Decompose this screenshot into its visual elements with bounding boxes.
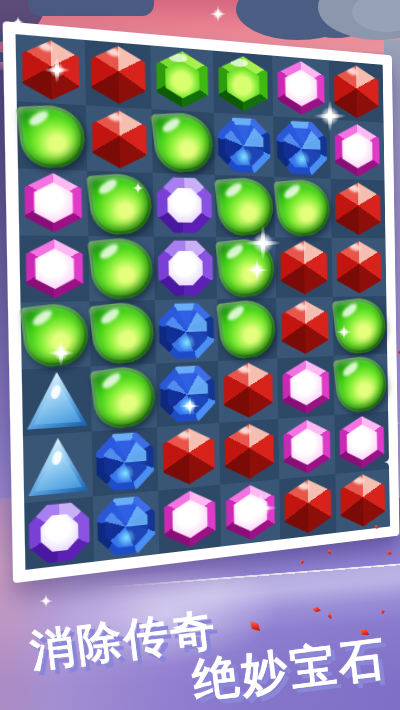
board-cell-r8c6 [335,469,390,533]
gem-green_drop[interactable] [151,112,216,174]
gem-pink[interactable] [279,358,333,417]
gem-pink[interactable] [20,171,86,234]
board-cell-r1c3 [150,45,213,112]
gem-red[interactable] [281,476,335,537]
board-cell-r1c2 [85,40,152,109]
board-cell-r7c5 [278,415,335,479]
board-cell-r8c2 [93,491,159,562]
gem-red[interactable] [337,471,388,531]
gem-pink[interactable] [274,58,328,118]
board-cell-r3c2 [87,171,154,237]
gem-red[interactable] [159,425,218,488]
gem-red[interactable] [332,181,383,237]
board-cell-r3c1 [18,168,88,236]
gem-blue[interactable] [216,115,272,175]
gem-triangle[interactable] [24,369,90,434]
gem-green_drop[interactable] [86,172,154,237]
gem-pink[interactable] [331,122,382,179]
board-cell-r6c5 [277,356,334,419]
gem-pink[interactable] [222,481,278,544]
board-cell-r1c1 [16,34,86,105]
gem-red[interactable] [88,108,150,171]
gem-pink[interactable] [280,417,334,477]
board-cell-r2c1 [17,101,87,170]
gem-violet[interactable] [155,175,214,235]
gem-green_hex[interactable] [215,53,271,114]
gem-blue[interactable] [158,363,217,425]
gem-violet[interactable] [26,499,91,567]
gem-red[interactable] [87,42,149,107]
board-cell-r1c5 [272,56,330,120]
board-cell-r2c3 [151,109,214,175]
gem-red[interactable] [277,239,331,296]
board-cell-r6c3 [156,361,219,427]
gem-pink[interactable] [160,487,219,552]
board-cell-r4c1 [19,236,89,303]
gem-violet[interactable] [156,239,215,298]
gem-green_hex[interactable] [152,48,211,111]
gem-blue[interactable] [275,118,329,176]
board-cell-r4c3 [154,237,217,301]
gem-green_drop[interactable] [20,300,92,370]
board-cell-r8c5 [279,474,336,540]
board-cell-r2c6 [330,120,385,181]
gem-green_drop[interactable] [90,363,158,432]
gem-green_drop[interactable] [216,297,278,361]
game-card [3,21,400,583]
board-cell-r3c6 [331,179,386,239]
gem-green_drop[interactable] [87,236,155,303]
board-cell-r7c6 [334,411,389,474]
board-cell-r1c4 [213,51,273,117]
gem-green_drop[interactable] [273,178,332,239]
board-cell-r5c5 [276,297,333,358]
board-cell-r7c2 [92,427,158,497]
board-cell-r6c4 [218,358,278,422]
gem-triangle[interactable] [25,434,90,501]
board-cell-r4c4 [216,237,276,299]
board-cell-r5c2 [89,300,156,366]
gem-red[interactable] [278,299,332,357]
gem-green_drop[interactable] [16,104,88,169]
board-cell-r6c1 [22,366,92,436]
board-cell-r5c1 [20,301,90,369]
gem-green_drop[interactable] [333,353,389,415]
app-screen: 消除传奇 绝妙宝石 [0,0,400,710]
gem-red[interactable] [220,360,276,420]
gem-pink[interactable] [22,238,88,301]
board-cell-r1c6 [329,60,384,122]
board-cell-r7c4 [219,419,279,485]
gem-blue[interactable] [94,429,156,494]
gem-green_drop[interactable] [332,295,388,356]
gem-red[interactable] [221,421,277,483]
gem-red[interactable] [331,62,382,120]
gem-green_drop[interactable] [214,176,276,238]
game-board [16,34,390,570]
board-cell-r5c6 [333,296,388,356]
gem-red[interactable] [18,36,84,103]
board-cell-r6c2 [91,364,157,432]
gem-blue[interactable] [95,493,157,560]
board-cell-r3c3 [153,173,216,237]
gem-green_drop[interactable] [215,237,277,300]
board-cell-r3c5 [274,177,331,238]
board-cell-r6c6 [334,354,389,415]
board-cell-r7c1 [23,432,93,504]
board-cell-r2c5 [273,116,330,178]
gem-red[interactable] [333,240,384,295]
board-cell-r4c5 [275,237,332,298]
board-cell-r2c4 [214,113,274,177]
board-cell-r3c4 [215,175,275,238]
cloud-silhouette [28,0,154,16]
board-cell-r7c3 [157,423,220,491]
board-cell-r8c4 [220,479,280,546]
board-cell-r4c6 [332,238,387,297]
board-cell-r8c3 [158,485,221,554]
gem-blue[interactable] [157,301,216,361]
board-cell-r5c3 [155,299,218,364]
gem-pink[interactable] [336,413,387,472]
board-cell-r4c2 [88,236,155,301]
board-cell-r2c2 [86,105,153,173]
board-cell-r8c1 [24,497,94,570]
gem-green_drop[interactable] [89,299,157,367]
board-cell-r5c4 [217,298,277,361]
